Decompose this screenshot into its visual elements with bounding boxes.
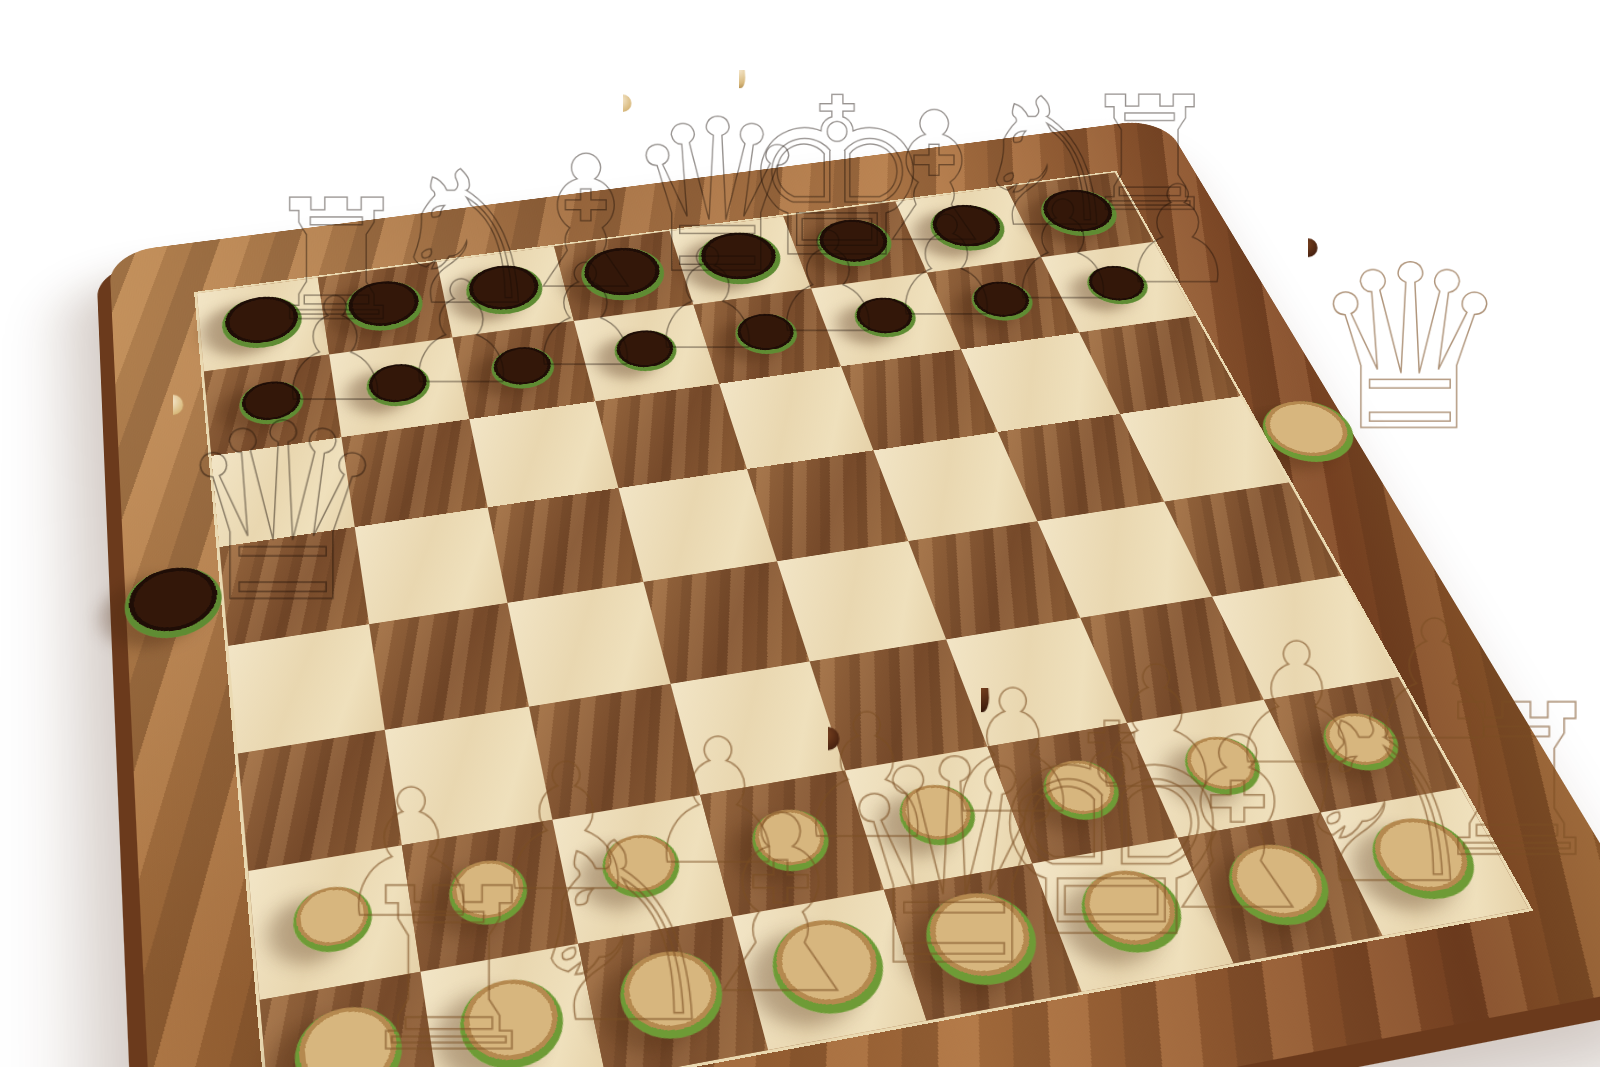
square-d5[interactable]	[618, 469, 777, 582]
board-perspective-wrapper: ♜♞♝♛♚♝♞♜♟♟♟♟♟♟♟♟♟♟♟♟♟♟♟♟♜♞♝♛♚♝♞♜ ♛♛	[109, 118, 1600, 1067]
piece-slot: ♜	[260, 972, 441, 1067]
square-a1[interactable]: ♜	[260, 972, 441, 1067]
product-photo-scene: ♜♞♝♛♚♝♞♜♟♟♟♟♟♟♟♟♟♟♟♟♟♟♟♟♜♞♝♛♚♝♞♜ ♛♛	[0, 0, 1600, 1067]
chess-board: ♜♞♝♛♚♝♞♜♟♟♟♟♟♟♟♟♟♟♟♟♟♟♟♟♜♞♝♛♚♝♞♜ ♛♛	[109, 118, 1600, 1067]
square-g5[interactable]	[998, 414, 1164, 521]
square-b4[interactable]	[369, 603, 529, 730]
square-a4[interactable]	[228, 624, 385, 753]
